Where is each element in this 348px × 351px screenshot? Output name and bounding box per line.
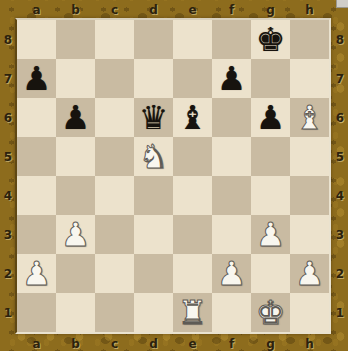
rank-label: 4 [1, 176, 15, 215]
piece-white-bishop[interactable]: ♝ [295, 98, 325, 137]
square-g2[interactable] [251, 254, 290, 293]
screen-edge-artifact [336, 0, 348, 8]
piece-black-pawn[interactable]: ♟ [61, 98, 91, 137]
square-e7[interactable] [173, 59, 212, 98]
file-label: h [290, 2, 329, 17]
square-h2[interactable]: ♟ [290, 254, 329, 293]
rank-label: 2 [1, 254, 15, 293]
piece-white-pawn[interactable]: ♟ [256, 215, 286, 254]
rank-label: 8 [333, 20, 347, 59]
square-d7[interactable] [134, 59, 173, 98]
square-f6[interactable] [212, 98, 251, 137]
square-h6[interactable]: ♝ [290, 98, 329, 137]
rank-label: 7 [333, 59, 347, 98]
square-b4[interactable] [56, 176, 95, 215]
square-g6[interactable]: ♟ [251, 98, 290, 137]
piece-black-pawn[interactable]: ♟ [256, 98, 286, 137]
square-a7[interactable]: ♟ [17, 59, 56, 98]
chess-app-screen: abcdefgh 87654321 ♚♟♟♟♛♝♟♝♞♟♟♟♟♟♜♚ 87654… [0, 0, 348, 351]
piece-black-bishop[interactable]: ♝ [178, 98, 208, 137]
square-b6[interactable]: ♟ [56, 98, 95, 137]
rank-label: 4 [333, 176, 347, 215]
file-label: h [290, 336, 329, 351]
piece-black-pawn[interactable]: ♟ [217, 59, 247, 98]
file-label: g [251, 336, 290, 351]
rank-label: 7 [1, 59, 15, 98]
square-f5[interactable] [212, 137, 251, 176]
piece-black-queen[interactable]: ♛ [139, 98, 169, 137]
file-label: b [56, 336, 95, 351]
file-label: f [212, 336, 251, 351]
square-b3[interactable]: ♟ [56, 215, 95, 254]
file-label: d [134, 336, 173, 351]
square-c8[interactable] [95, 20, 134, 59]
square-h4[interactable] [290, 176, 329, 215]
square-c5[interactable] [95, 137, 134, 176]
square-e2[interactable] [173, 254, 212, 293]
rank-label: 5 [1, 137, 15, 176]
board-frame: ♚♟♟♟♛♝♟♝♞♟♟♟♟♟♜♚ [15, 18, 331, 334]
rank-label: 2 [333, 254, 347, 293]
square-e3[interactable] [173, 215, 212, 254]
square-c7[interactable] [95, 59, 134, 98]
square-g8[interactable]: ♚ [251, 20, 290, 59]
piece-white-pawn[interactable]: ♟ [61, 215, 91, 254]
square-b7[interactable] [56, 59, 95, 98]
file-label: a [17, 336, 56, 351]
piece-white-king[interactable]: ♚ [256, 293, 286, 332]
square-b8[interactable] [56, 20, 95, 59]
square-d4[interactable] [134, 176, 173, 215]
square-f8[interactable] [212, 20, 251, 59]
file-label: f [212, 2, 251, 17]
piece-white-pawn[interactable]: ♟ [295, 254, 325, 293]
square-e8[interactable] [173, 20, 212, 59]
file-labels-top: abcdefgh [17, 2, 329, 17]
piece-white-knight[interactable]: ♞ [139, 137, 169, 176]
square-a8[interactable] [17, 20, 56, 59]
rank-label: 6 [1, 98, 15, 137]
square-c1[interactable] [95, 293, 134, 332]
square-d1[interactable] [134, 293, 173, 332]
piece-black-pawn[interactable]: ♟ [22, 59, 52, 98]
file-label: c [95, 336, 134, 351]
rank-label: 6 [333, 98, 347, 137]
file-label: e [173, 336, 212, 351]
chess-board: ♚♟♟♟♛♝♟♝♞♟♟♟♟♟♜♚ [17, 20, 329, 332]
square-c2[interactable] [95, 254, 134, 293]
piece-white-pawn[interactable]: ♟ [22, 254, 52, 293]
rank-labels-left: 87654321 [1, 20, 15, 332]
square-c6[interactable] [95, 98, 134, 137]
square-e4[interactable] [173, 176, 212, 215]
rank-label: 3 [1, 215, 15, 254]
square-h1[interactable] [290, 293, 329, 332]
rank-label: 3 [333, 215, 347, 254]
square-h5[interactable] [290, 137, 329, 176]
square-e1[interactable]: ♜ [173, 293, 212, 332]
square-d6[interactable]: ♛ [134, 98, 173, 137]
square-e5[interactable] [173, 137, 212, 176]
square-a6[interactable] [17, 98, 56, 137]
piece-white-rook[interactable]: ♜ [178, 293, 208, 332]
square-a3[interactable] [17, 215, 56, 254]
square-f7[interactable]: ♟ [212, 59, 251, 98]
rank-label: 5 [333, 137, 347, 176]
square-g7[interactable] [251, 59, 290, 98]
square-b2[interactable] [56, 254, 95, 293]
file-label: a [17, 2, 56, 17]
square-a2[interactable]: ♟ [17, 254, 56, 293]
square-h7[interactable] [290, 59, 329, 98]
file-labels-bottom: abcdefgh [17, 336, 329, 351]
file-label: b [56, 2, 95, 17]
square-f4[interactable] [212, 176, 251, 215]
square-f1[interactable] [212, 293, 251, 332]
square-g1[interactable]: ♚ [251, 293, 290, 332]
square-d8[interactable] [134, 20, 173, 59]
square-h3[interactable] [290, 215, 329, 254]
square-c3[interactable] [95, 215, 134, 254]
square-f3[interactable] [212, 215, 251, 254]
square-g4[interactable] [251, 176, 290, 215]
rank-label: 8 [1, 20, 15, 59]
square-f2[interactable]: ♟ [212, 254, 251, 293]
file-label: d [134, 2, 173, 17]
square-a5[interactable] [17, 137, 56, 176]
square-a4[interactable] [17, 176, 56, 215]
rank-label: 1 [333, 293, 347, 332]
square-b5[interactable] [56, 137, 95, 176]
square-g5[interactable] [251, 137, 290, 176]
file-label: c [95, 2, 134, 17]
square-d5[interactable]: ♞ [134, 137, 173, 176]
square-d2[interactable] [134, 254, 173, 293]
square-h8[interactable] [290, 20, 329, 59]
square-a1[interactable] [17, 293, 56, 332]
square-c4[interactable] [95, 176, 134, 215]
square-d3[interactable] [134, 215, 173, 254]
square-b1[interactable] [56, 293, 95, 332]
square-g3[interactable]: ♟ [251, 215, 290, 254]
piece-white-pawn[interactable]: ♟ [217, 254, 247, 293]
rank-labels-right: 87654321 [333, 20, 347, 332]
square-e6[interactable]: ♝ [173, 98, 212, 137]
file-label: e [173, 2, 212, 17]
piece-black-king[interactable]: ♚ [256, 20, 286, 59]
file-label: g [251, 2, 290, 17]
rank-label: 1 [1, 293, 15, 332]
